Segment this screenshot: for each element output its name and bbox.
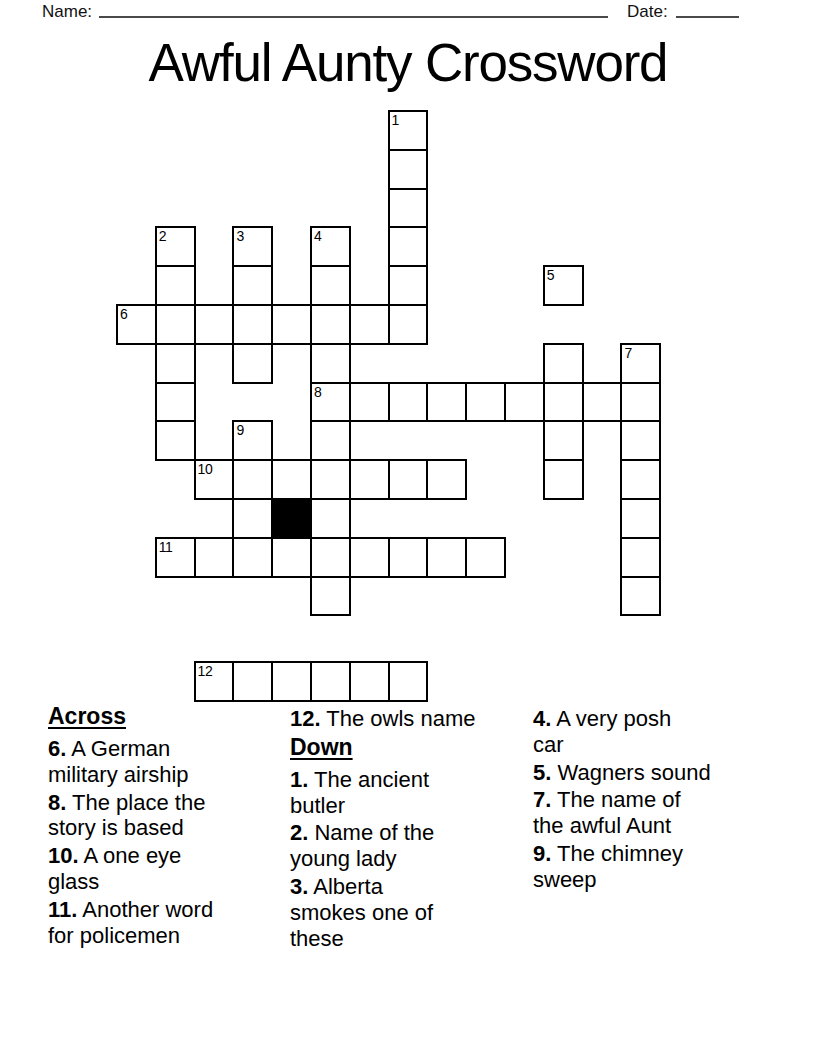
grid-cell-r14c6[interactable] <box>349 661 390 702</box>
grid-cell-r9c7[interactable] <box>388 459 429 500</box>
grid-cell-r4c7[interactable] <box>388 265 429 306</box>
worksheet-page: Name: Date: Awful Aunty Crossword 123456… <box>0 0 816 1056</box>
grid-cell-r7c13[interactable] <box>620 382 661 423</box>
grid-cell-r5c6[interactable] <box>349 304 390 345</box>
crossword-grid: 123456789101112 <box>116 110 664 710</box>
grid-cell-r5c0[interactable]: 6 <box>116 304 157 345</box>
clue-11: 11. Another wordfor policemen <box>48 897 290 949</box>
grid-cell-r3c5[interactable]: 4 <box>310 226 351 267</box>
grid-cell-r11c1[interactable]: 11 <box>155 537 196 578</box>
clue-5: 5. Wagners sound <box>533 760 775 786</box>
cell-number-3: 3 <box>236 228 243 244</box>
grid-cell-r5c3[interactable] <box>232 304 273 345</box>
grid-cell-r8c3[interactable]: 9 <box>232 420 273 461</box>
across-heading: Across <box>48 703 290 729</box>
grid-cell-r9c4[interactable] <box>271 459 312 500</box>
grid-cell-r7c1[interactable] <box>155 382 196 423</box>
clue-number: 7. <box>533 787 551 812</box>
clues-section: Across6. A Germanmilitary airship8. The … <box>0 703 816 1003</box>
grid-cell-r11c3[interactable] <box>232 537 273 578</box>
black-cell <box>271 498 312 539</box>
grid-cell-r10c13[interactable] <box>620 498 661 539</box>
clue-number: 6. <box>48 736 66 761</box>
clue-number: 1. <box>290 767 308 792</box>
grid-cell-r11c5[interactable] <box>310 537 351 578</box>
cell-number-4: 4 <box>314 228 321 244</box>
grid-cell-r9c2[interactable]: 10 <box>194 459 235 500</box>
grid-cell-r6c11[interactable] <box>543 343 584 384</box>
grid-cell-r9c11[interactable] <box>543 459 584 500</box>
grid-cell-r14c5[interactable] <box>310 661 351 702</box>
grid-cell-r12c5[interactable] <box>310 576 351 617</box>
grid-cell-r0c7[interactable]: 1 <box>388 110 429 151</box>
grid-cell-r11c8[interactable] <box>426 537 467 578</box>
clue-number: 3. <box>290 874 308 899</box>
grid-cell-r9c5[interactable] <box>310 459 351 500</box>
clue-2: 2. Name of theyoung lady <box>290 820 532 872</box>
clue-column-middle: 12. The owls nameDown1. The ancientbutle… <box>290 706 532 953</box>
clue-8: 8. The place thestory is based <box>48 790 290 842</box>
grid-cell-r8c13[interactable] <box>620 420 661 461</box>
grid-cell-r9c6[interactable] <box>349 459 390 500</box>
grid-cell-r10c5[interactable] <box>310 498 351 539</box>
grid-cell-r11c4[interactable] <box>271 537 312 578</box>
grid-cell-r4c11[interactable]: 5 <box>543 265 584 306</box>
cell-number-5: 5 <box>547 267 554 283</box>
grid-cell-r11c9[interactable] <box>465 537 506 578</box>
grid-cell-r5c5[interactable] <box>310 304 351 345</box>
grid-cell-r11c6[interactable] <box>349 537 390 578</box>
grid-cell-r9c13[interactable] <box>620 459 661 500</box>
cell-number-7: 7 <box>624 345 631 361</box>
cell-number-9: 9 <box>236 422 243 438</box>
grid-cell-r3c7[interactable] <box>388 226 429 267</box>
grid-cell-r7c11[interactable] <box>543 382 584 423</box>
grid-cell-r7c12[interactable] <box>582 382 623 423</box>
grid-cell-r7c10[interactable] <box>504 382 545 423</box>
cell-number-10: 10 <box>198 461 213 477</box>
grid-cell-r8c5[interactable] <box>310 420 351 461</box>
grid-cell-r7c7[interactable] <box>388 382 429 423</box>
clue-number: 10. <box>48 843 79 868</box>
clue-10: 10. A one eyeglass <box>48 843 290 895</box>
puzzle-title: Awful Aunty Crossword <box>0 33 816 93</box>
clue-6: 6. A Germanmilitary airship <box>48 736 290 788</box>
grid-cell-r11c13[interactable] <box>620 537 661 578</box>
clue-3: 3. Albertasmokes one ofthese <box>290 874 532 951</box>
grid-cell-r6c3[interactable] <box>232 343 273 384</box>
grid-cell-r5c7[interactable] <box>388 304 429 345</box>
cell-number-8: 8 <box>314 384 321 400</box>
clue-9: 9. The chimneysweep <box>533 841 775 893</box>
date-write-line[interactable] <box>676 1 739 18</box>
clue-12: 12. The owls name <box>290 706 532 732</box>
grid-cell-r4c1[interactable] <box>155 265 196 306</box>
cell-number-12: 12 <box>198 663 213 679</box>
grid-cell-r8c1[interactable] <box>155 420 196 461</box>
clue-number: 2. <box>290 820 308 845</box>
clue-number: 9. <box>533 841 551 866</box>
grid-cell-r7c9[interactable] <box>465 382 506 423</box>
grid-cell-r4c5[interactable] <box>310 265 351 306</box>
grid-cell-r6c13[interactable]: 7 <box>620 343 661 384</box>
grid-cell-r14c3[interactable] <box>232 661 273 702</box>
grid-cell-r3c3[interactable]: 3 <box>232 226 273 267</box>
grid-cell-r5c2[interactable] <box>194 304 235 345</box>
clue-1: 1. The ancientbutler <box>290 767 532 819</box>
cell-number-2: 2 <box>159 228 166 244</box>
grid-cell-r14c7[interactable] <box>388 661 429 702</box>
clue-column-left: Across6. A Germanmilitary airship8. The … <box>48 703 290 950</box>
grid-cell-r7c8[interactable] <box>426 382 467 423</box>
grid-cell-r7c6[interactable] <box>349 382 390 423</box>
grid-cell-r14c4[interactable] <box>271 661 312 702</box>
clue-column-right: 4. A very poshcar5. Wagners sound7. The … <box>533 706 775 895</box>
grid-cell-r5c4[interactable] <box>271 304 312 345</box>
grid-cell-r7c5[interactable]: 8 <box>310 382 351 423</box>
down-heading: Down <box>290 734 532 760</box>
name-write-line[interactable] <box>99 1 608 18</box>
grid-cell-r5c1[interactable] <box>155 304 196 345</box>
clue-number: 11. <box>48 897 77 922</box>
name-label: Name: <box>42 2 92 22</box>
clue-4: 4. A very poshcar <box>533 706 775 758</box>
cell-number-11: 11 <box>159 539 173 555</box>
grid-cell-r10c3[interactable] <box>232 498 273 539</box>
grid-cell-r14c2[interactable]: 12 <box>194 661 235 702</box>
grid-cell-r3c1[interactable]: 2 <box>155 226 196 267</box>
clue-number: 5. <box>533 760 551 785</box>
clue-number: 12. <box>290 706 321 731</box>
grid-cell-r12c13[interactable] <box>620 576 661 617</box>
grid-cell-r8c11[interactable] <box>543 420 584 461</box>
grid-cell-r4c3[interactable] <box>232 265 273 306</box>
cell-number-6: 6 <box>120 306 127 322</box>
grid-cell-r6c1[interactable] <box>155 343 196 384</box>
clue-number: 8. <box>48 790 66 815</box>
grid-cell-r11c7[interactable] <box>388 537 429 578</box>
date-label: Date: <box>627 2 668 22</box>
grid-cell-r11c2[interactable] <box>194 537 235 578</box>
grid-cell-r1c7[interactable] <box>388 149 429 190</box>
clue-number: 4. <box>533 706 551 731</box>
grid-cell-r9c8[interactable] <box>426 459 467 500</box>
grid-cell-r6c5[interactable] <box>310 343 351 384</box>
cell-number-1: 1 <box>392 112 399 128</box>
clue-7: 7. The name ofthe awful Aunt <box>533 787 775 839</box>
grid-cell-r2c7[interactable] <box>388 188 429 229</box>
grid-cell-r9c3[interactable] <box>232 459 273 500</box>
